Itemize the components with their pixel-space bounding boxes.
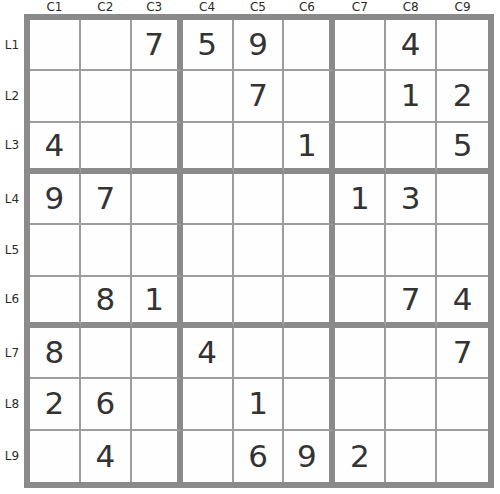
cell-L1C5[interactable]: 9 bbox=[234, 20, 285, 71]
cell-L4C8[interactable]: 3 bbox=[386, 174, 437, 225]
column-labels: C1C2C3C4C5C6C7C8C9 bbox=[24, 0, 494, 14]
cell-L2C9[interactable]: 2 bbox=[437, 71, 488, 122]
cell-L4C3[interactable] bbox=[132, 174, 183, 225]
cell-L6C2[interactable]: 8 bbox=[81, 277, 132, 328]
cell-L6C6[interactable] bbox=[284, 277, 335, 328]
cell-L5C5[interactable] bbox=[234, 225, 285, 276]
row-label-L5: L5 bbox=[0, 225, 24, 276]
row-label-L6: L6 bbox=[0, 277, 24, 328]
cell-L5C4[interactable] bbox=[183, 225, 234, 276]
sudoku-board: 7594712415971381748472614692 bbox=[24, 14, 494, 488]
cell-L5C6[interactable] bbox=[284, 225, 335, 276]
cell-L1C1[interactable] bbox=[30, 20, 81, 71]
cell-L4C1[interactable]: 9 bbox=[30, 174, 81, 225]
cell-L3C5[interactable] bbox=[234, 123, 285, 174]
cell-L6C4[interactable] bbox=[183, 277, 234, 328]
cell-L8C5[interactable]: 1 bbox=[234, 379, 285, 430]
cell-L9C1[interactable] bbox=[30, 431, 81, 482]
cell-L7C5[interactable] bbox=[234, 328, 285, 379]
cell-L1C7[interactable] bbox=[335, 20, 386, 71]
row-label-L8: L8 bbox=[0, 379, 24, 430]
cell-L7C9[interactable]: 7 bbox=[437, 328, 488, 379]
cell-L7C7[interactable] bbox=[335, 328, 386, 379]
cell-L7C3[interactable] bbox=[132, 328, 183, 379]
col-label-C4: C4 bbox=[183, 0, 234, 14]
cell-L2C1[interactable] bbox=[30, 71, 81, 122]
cell-L7C1[interactable]: 8 bbox=[30, 328, 81, 379]
col-label-C3: C3 bbox=[132, 0, 183, 14]
cell-L6C9[interactable]: 4 bbox=[437, 277, 488, 328]
col-label-C6: C6 bbox=[284, 0, 335, 14]
row-label-L9: L9 bbox=[0, 431, 24, 482]
cell-L2C7[interactable] bbox=[335, 71, 386, 122]
cell-L6C7[interactable] bbox=[335, 277, 386, 328]
cell-L9C9[interactable] bbox=[437, 431, 488, 482]
col-label-C7: C7 bbox=[335, 0, 386, 14]
cell-L8C7[interactable] bbox=[335, 379, 386, 430]
cell-L9C6[interactable]: 9 bbox=[284, 431, 335, 482]
cell-L3C6[interactable]: 1 bbox=[284, 123, 335, 174]
cell-L2C4[interactable] bbox=[183, 71, 234, 122]
cell-L4C7[interactable]: 1 bbox=[335, 174, 386, 225]
cell-L1C4[interactable]: 5 bbox=[183, 20, 234, 71]
cell-L1C6[interactable] bbox=[284, 20, 335, 71]
cell-L1C3[interactable]: 7 bbox=[132, 20, 183, 71]
col-label-C2: C2 bbox=[81, 0, 132, 14]
cell-L8C4[interactable] bbox=[183, 379, 234, 430]
cell-L8C9[interactable] bbox=[437, 379, 488, 430]
cell-L9C8[interactable] bbox=[386, 431, 437, 482]
cell-L5C3[interactable] bbox=[132, 225, 183, 276]
cell-L7C8[interactable] bbox=[386, 328, 437, 379]
row-label-L3: L3 bbox=[0, 123, 24, 174]
row-label-L4: L4 bbox=[0, 174, 24, 225]
cell-L8C3[interactable] bbox=[132, 379, 183, 430]
col-label-C9: C9 bbox=[437, 0, 488, 14]
cell-L9C2[interactable]: 4 bbox=[81, 431, 132, 482]
col-label-C8: C8 bbox=[386, 0, 437, 14]
cell-L2C3[interactable] bbox=[132, 71, 183, 122]
cell-L9C7[interactable]: 2 bbox=[335, 431, 386, 482]
cell-L5C8[interactable] bbox=[386, 225, 437, 276]
cell-L9C3[interactable] bbox=[132, 431, 183, 482]
cell-L8C2[interactable]: 6 bbox=[81, 379, 132, 430]
cell-L4C2[interactable]: 7 bbox=[81, 174, 132, 225]
col-label-C1: C1 bbox=[30, 0, 81, 14]
cell-L4C6[interactable] bbox=[284, 174, 335, 225]
cell-L1C2[interactable] bbox=[81, 20, 132, 71]
cell-L6C5[interactable] bbox=[234, 277, 285, 328]
cell-L3C7[interactable] bbox=[335, 123, 386, 174]
cell-L5C7[interactable] bbox=[335, 225, 386, 276]
row-label-L7: L7 bbox=[0, 328, 24, 379]
cell-L6C8[interactable]: 7 bbox=[386, 277, 437, 328]
row-label-L1: L1 bbox=[0, 20, 24, 71]
cell-L7C6[interactable] bbox=[284, 328, 335, 379]
row-labels: L1L2L3L4L5L6L7L8L9 bbox=[0, 14, 24, 488]
cell-L4C4[interactable] bbox=[183, 174, 234, 225]
cell-L2C5[interactable]: 7 bbox=[234, 71, 285, 122]
cell-L2C2[interactable] bbox=[81, 71, 132, 122]
cell-L7C2[interactable] bbox=[81, 328, 132, 379]
cell-L9C4[interactable] bbox=[183, 431, 234, 482]
cell-L6C3[interactable]: 1 bbox=[132, 277, 183, 328]
cell-L5C2[interactable] bbox=[81, 225, 132, 276]
cell-L8C1[interactable]: 2 bbox=[30, 379, 81, 430]
cell-L3C4[interactable] bbox=[183, 123, 234, 174]
cell-L3C1[interactable]: 4 bbox=[30, 123, 81, 174]
cell-L9C5[interactable]: 6 bbox=[234, 431, 285, 482]
cell-L6C1[interactable] bbox=[30, 277, 81, 328]
cell-L3C8[interactable] bbox=[386, 123, 437, 174]
cell-L2C8[interactable]: 1 bbox=[386, 71, 437, 122]
cell-L1C9[interactable] bbox=[437, 20, 488, 71]
cell-L3C9[interactable]: 5 bbox=[437, 123, 488, 174]
sudoku-app: C1C2C3C4C5C6C7C8C9 L1L2L3L4L5L6L7L8L9 75… bbox=[0, 0, 500, 494]
cell-L2C6[interactable] bbox=[284, 71, 335, 122]
cell-L4C5[interactable] bbox=[234, 174, 285, 225]
col-label-C5: C5 bbox=[234, 0, 285, 14]
cell-L5C1[interactable] bbox=[30, 225, 81, 276]
row-label-L2: L2 bbox=[0, 71, 24, 122]
cell-L1C8[interactable]: 4 bbox=[386, 20, 437, 71]
cell-L8C8[interactable] bbox=[386, 379, 437, 430]
cell-L8C6[interactable] bbox=[284, 379, 335, 430]
cell-L7C4[interactable]: 4 bbox=[183, 328, 234, 379]
cell-L3C2[interactable] bbox=[81, 123, 132, 174]
cell-L5C9[interactable] bbox=[437, 225, 488, 276]
cell-L3C3[interactable] bbox=[132, 123, 183, 174]
cell-L4C9[interactable] bbox=[437, 174, 488, 225]
